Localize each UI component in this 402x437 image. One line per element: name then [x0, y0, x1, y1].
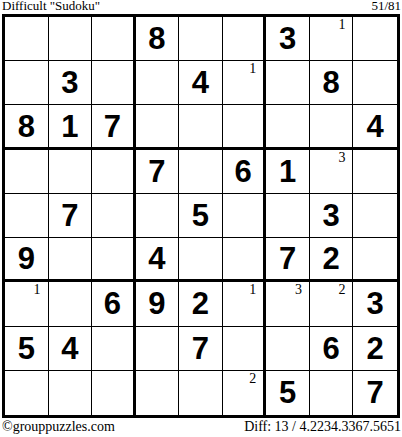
- cell-r3c8[interactable]: [310, 105, 354, 149]
- cell-r3c2[interactable]: 1: [49, 105, 93, 149]
- cell-r7c7[interactable]: 3: [266, 282, 310, 326]
- cell-r1c5[interactable]: [179, 17, 223, 61]
- given-digit: 8: [148, 23, 165, 54]
- cell-r5c8[interactable]: 3: [310, 194, 354, 238]
- cell-r7c9[interactable]: 3: [353, 282, 397, 326]
- cell-r2c7[interactable]: [266, 61, 310, 105]
- cell-r6c6[interactable]: [223, 238, 267, 282]
- pencil-mark: 1: [249, 283, 256, 297]
- cell-r4c3[interactable]: [92, 150, 136, 194]
- cell-r8c9[interactable]: 2: [353, 327, 397, 371]
- cell-r5c9[interactable]: [353, 194, 397, 238]
- cell-r4c6[interactable]: 6: [223, 150, 267, 194]
- cell-r8c6[interactable]: [223, 327, 267, 371]
- cell-r7c1[interactable]: 1: [5, 282, 49, 326]
- cell-r5c1[interactable]: [5, 194, 49, 238]
- given-digit: 4: [192, 67, 209, 98]
- cell-r9c4[interactable]: [136, 371, 180, 415]
- given-digit: 2: [367, 333, 384, 364]
- given-digit: 7: [279, 243, 296, 274]
- cell-r3c4[interactable]: [136, 105, 180, 149]
- cell-r1c4[interactable]: 8: [136, 17, 180, 61]
- cell-r9c7[interactable]: 5: [266, 371, 310, 415]
- sudoku-grid: 83134188174761375394721692132354762257: [2, 14, 400, 418]
- cell-counter: 51/81: [371, 0, 401, 13]
- given-digit: 9: [18, 243, 35, 274]
- cell-r4c5[interactable]: [179, 150, 223, 194]
- cell-r4c1[interactable]: [5, 150, 49, 194]
- cell-r2c1[interactable]: [5, 61, 49, 105]
- cell-r2c9[interactable]: [353, 61, 397, 105]
- cell-r4c8[interactable]: 3: [310, 150, 354, 194]
- cell-r7c5[interactable]: 2: [179, 282, 223, 326]
- cell-r1c6[interactable]: [223, 17, 267, 61]
- given-digit: 8: [18, 111, 35, 142]
- cell-r3c7[interactable]: [266, 105, 310, 149]
- pencil-mark: 2: [338, 283, 345, 297]
- cell-r9c5[interactable]: [179, 371, 223, 415]
- cell-r9c2[interactable]: [49, 371, 93, 415]
- cell-r2c6[interactable]: 1: [223, 61, 267, 105]
- cell-r6c9[interactable]: [353, 238, 397, 282]
- footer: ©grouppuzzles.com Diff: 13 / 4.2234.3367…: [0, 418, 402, 437]
- given-digit: 3: [279, 23, 296, 54]
- cell-r9c8[interactable]: [310, 371, 354, 415]
- cell-r7c2[interactable]: [49, 282, 93, 326]
- cell-r8c2[interactable]: 4: [49, 327, 93, 371]
- cell-r3c3[interactable]: 7: [92, 105, 136, 149]
- cell-r6c4[interactable]: 4: [136, 238, 180, 282]
- cell-r3c1[interactable]: 8: [5, 105, 49, 149]
- given-digit: 5: [279, 377, 296, 408]
- given-digit: 9: [148, 288, 165, 319]
- given-digit: 2: [192, 288, 209, 319]
- cell-r7c8[interactable]: 2: [310, 282, 354, 326]
- cell-r8c3[interactable]: [92, 327, 136, 371]
- cell-r9c1[interactable]: [5, 371, 49, 415]
- cell-r4c9[interactable]: [353, 150, 397, 194]
- cell-r1c9[interactable]: [353, 17, 397, 61]
- cell-r2c4[interactable]: [136, 61, 180, 105]
- cell-r4c2[interactable]: [49, 150, 93, 194]
- given-digit: 4: [61, 333, 78, 364]
- given-digit: 8: [323, 67, 340, 98]
- cell-r7c4[interactable]: 9: [136, 282, 180, 326]
- given-digit: 5: [192, 200, 209, 231]
- pencil-mark: 1: [34, 283, 41, 297]
- given-digit: 1: [61, 111, 78, 142]
- given-digit: 7: [104, 111, 121, 142]
- cell-r5c4[interactable]: [136, 194, 180, 238]
- cell-r5c6[interactable]: [223, 194, 267, 238]
- cell-r9c3[interactable]: [92, 371, 136, 415]
- given-digit: 5: [18, 333, 35, 364]
- cell-r1c1[interactable]: [5, 17, 49, 61]
- page-title: Difficult "Sudoku": [2, 0, 100, 13]
- given-digit: 6: [234, 156, 251, 187]
- cell-r5c5[interactable]: 5: [179, 194, 223, 238]
- cell-r8c7[interactable]: [266, 327, 310, 371]
- cell-r3c9[interactable]: 4: [353, 105, 397, 149]
- given-digit: 3: [323, 200, 340, 231]
- given-digit: 3: [61, 67, 78, 98]
- cell-r2c5[interactable]: 4: [179, 61, 223, 105]
- given-digit: 7: [61, 200, 78, 231]
- pencil-mark: 1: [249, 62, 256, 76]
- cell-r8c5[interactable]: 7: [179, 327, 223, 371]
- cell-r2c8[interactable]: 8: [310, 61, 354, 105]
- given-digit: 3: [367, 288, 384, 319]
- cell-r6c2[interactable]: [49, 238, 93, 282]
- cell-r3c5[interactable]: [179, 105, 223, 149]
- given-digit: 7: [148, 156, 165, 187]
- cell-r5c2[interactable]: 7: [49, 194, 93, 238]
- cell-r6c1[interactable]: 9: [5, 238, 49, 282]
- given-digit: 7: [192, 333, 209, 364]
- copyright-text: ©grouppuzzles.com: [2, 419, 115, 435]
- given-digit: 1: [279, 156, 296, 187]
- cell-r2c3[interactable]: [92, 61, 136, 105]
- given-digit: 6: [323, 333, 340, 364]
- cell-r1c8[interactable]: 1: [310, 17, 354, 61]
- cell-r9c9[interactable]: 7: [353, 371, 397, 415]
- cell-r4c4[interactable]: 7: [136, 150, 180, 194]
- pencil-mark: 2: [249, 372, 256, 386]
- difficulty-text: Diff: 13 / 4.2234.3367.5651: [244, 419, 401, 435]
- cell-r6c7[interactable]: 7: [266, 238, 310, 282]
- cell-r8c1[interactable]: 5: [5, 327, 49, 371]
- given-digit: 4: [367, 111, 384, 142]
- given-digit: 7: [367, 377, 384, 408]
- cell-r6c5[interactable]: [179, 238, 223, 282]
- cell-r1c3[interactable]: [92, 17, 136, 61]
- pencil-mark: 3: [338, 151, 345, 165]
- cell-r7c6[interactable]: 1: [223, 282, 267, 326]
- cell-r4c7[interactable]: 1: [266, 150, 310, 194]
- cell-r6c8[interactable]: 2: [310, 238, 354, 282]
- cell-r8c4[interactable]: [136, 327, 180, 371]
- cell-r1c2[interactable]: [49, 17, 93, 61]
- cell-r5c3[interactable]: [92, 194, 136, 238]
- cell-r2c2[interactable]: 3: [49, 61, 93, 105]
- cell-r5c7[interactable]: [266, 194, 310, 238]
- pencil-mark: 3: [295, 283, 302, 297]
- cell-r1c7[interactable]: 3: [266, 17, 310, 61]
- cell-r8c8[interactable]: 6: [310, 327, 354, 371]
- cell-r9c6[interactable]: 2: [223, 371, 267, 415]
- given-digit: 2: [323, 243, 340, 274]
- cell-r7c3[interactable]: 6: [92, 282, 136, 326]
- given-digit: 6: [104, 288, 121, 319]
- given-digit: 4: [148, 243, 165, 274]
- cell-r6c3[interactable]: [92, 238, 136, 282]
- header: Difficult "Sudoku" 51/81: [0, 0, 402, 14]
- pencil-mark: 1: [338, 18, 345, 32]
- cell-r3c6[interactable]: [223, 105, 267, 149]
